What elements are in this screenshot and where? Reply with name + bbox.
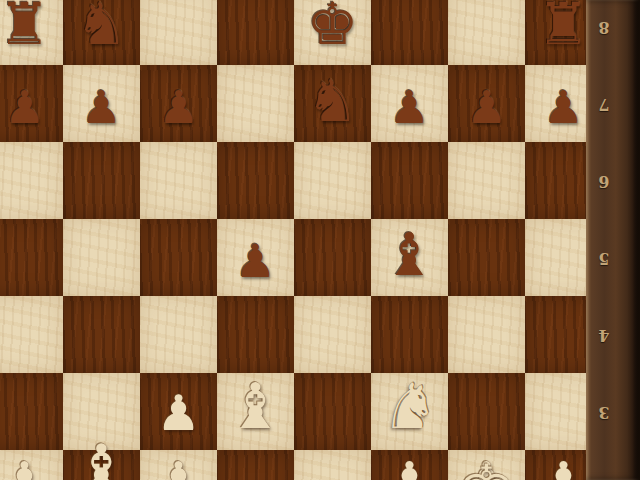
- square-a6[interactable]: [0, 142, 63, 219]
- square-c4[interactable]: [140, 296, 217, 373]
- white-knight-f3[interactable]: ♞: [381, 375, 437, 438]
- rank-label-7: 7: [593, 95, 615, 114]
- white-pawn-c3[interactable]: ♟: [156, 389, 200, 438]
- white-bishop-d3[interactable]: ♝: [227, 375, 283, 438]
- chess-app-screen: ♜♞♚♜♟♟♟♞♟♟♟♟♝♟♝♞♟♝♟♟♟♟♚ 876543: [0, 0, 640, 480]
- black-pawn-a7[interactable]: ♟: [4, 85, 45, 130]
- black-knight-b8[interactable]: ♞: [76, 0, 128, 53]
- square-d8[interactable]: [217, 0, 294, 65]
- square-f8[interactable]: [371, 0, 448, 65]
- black-knight-e7[interactable]: ♞: [307, 72, 359, 130]
- white-king-g1[interactable]: ♚: [456, 456, 517, 480]
- black-pawn-d5[interactable]: ♟: [235, 238, 276, 284]
- black-bishop-f5[interactable]: ♝: [383, 225, 436, 284]
- square-f3[interactable]: ♞: [371, 373, 448, 450]
- square-e6[interactable]: [294, 142, 371, 219]
- square-c2[interactable]: ♟: [140, 450, 217, 480]
- black-pawn-c7[interactable]: ♟: [158, 85, 199, 130]
- square-b7[interactable]: ♟: [63, 65, 140, 142]
- square-a5[interactable]: [0, 219, 63, 296]
- square-c7[interactable]: ♟: [140, 65, 217, 142]
- square-b5[interactable]: [63, 219, 140, 296]
- black-pawn-h7[interactable]: ♟: [543, 85, 584, 130]
- square-d6[interactable]: [217, 142, 294, 219]
- rank-label-8: 8: [593, 18, 615, 37]
- black-king-e8[interactable]: ♚: [307, 0, 359, 53]
- square-e7[interactable]: ♞: [294, 65, 371, 142]
- black-pawn-f7[interactable]: ♟: [389, 85, 430, 130]
- square-e2[interactable]: [294, 450, 371, 480]
- white-pawn-c2[interactable]: ♟: [156, 456, 201, 480]
- white-bishop-b2[interactable]: ♝: [72, 436, 130, 480]
- square-b4[interactable]: [63, 296, 140, 373]
- rank-label-6: 6: [593, 172, 615, 191]
- square-b6[interactable]: [63, 142, 140, 219]
- white-pawn-f2[interactable]: ♟: [387, 456, 432, 480]
- square-a7[interactable]: ♟: [0, 65, 63, 142]
- square-d4[interactable]: [217, 296, 294, 373]
- white-pawn-a2[interactable]: ♟: [2, 456, 47, 480]
- square-g7[interactable]: ♟: [448, 65, 525, 142]
- square-d3[interactable]: ♝: [217, 373, 294, 450]
- square-g6[interactable]: [448, 142, 525, 219]
- black-pawn-b7[interactable]: ♟: [81, 85, 122, 130]
- square-b8[interactable]: ♞: [63, 0, 140, 65]
- black-rook-a8[interactable]: ♜: [0, 0, 51, 53]
- square-e5[interactable]: [294, 219, 371, 296]
- square-b2[interactable]: ♝: [63, 450, 140, 480]
- square-a3[interactable]: [0, 373, 63, 450]
- rank-label-4: 4: [593, 326, 615, 345]
- square-c3[interactable]: ♟: [140, 373, 217, 450]
- square-e8[interactable]: ♚: [294, 0, 371, 65]
- square-g5[interactable]: [448, 219, 525, 296]
- square-e3[interactable]: [294, 373, 371, 450]
- square-d7[interactable]: [217, 65, 294, 142]
- board-frame-rail: 876543: [586, 0, 640, 480]
- square-g8[interactable]: [448, 0, 525, 65]
- square-a8[interactable]: ♜: [0, 0, 63, 65]
- square-g4[interactable]: [448, 296, 525, 373]
- square-f4[interactable]: [371, 296, 448, 373]
- square-e4[interactable]: [294, 296, 371, 373]
- square-d5[interactable]: ♟: [217, 219, 294, 296]
- black-pawn-g7[interactable]: ♟: [466, 85, 507, 130]
- square-c5[interactable]: [140, 219, 217, 296]
- square-d2[interactable]: [217, 450, 294, 480]
- square-f5[interactable]: ♝: [371, 219, 448, 296]
- square-f6[interactable]: [371, 142, 448, 219]
- square-a2[interactable]: ♟: [0, 450, 63, 480]
- rank-label-5: 5: [593, 249, 615, 268]
- square-c6[interactable]: [140, 142, 217, 219]
- square-g3[interactable]: [448, 373, 525, 450]
- chess-board: ♜♞♚♜♟♟♟♞♟♟♟♟♝♟♝♞♟♝♟♟♟♟♚: [0, 0, 602, 480]
- square-a4[interactable]: [0, 296, 63, 373]
- square-c8[interactable]: [140, 0, 217, 65]
- square-f2[interactable]: ♟: [371, 450, 448, 480]
- black-rook-h8[interactable]: ♜: [538, 0, 590, 53]
- rank-label-3: 3: [593, 403, 615, 422]
- square-f7[interactable]: ♟: [371, 65, 448, 142]
- white-pawn-h2[interactable]: ♟: [541, 456, 586, 480]
